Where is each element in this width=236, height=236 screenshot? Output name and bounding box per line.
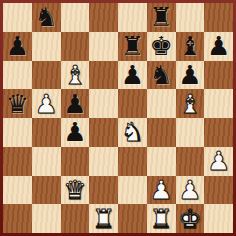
- chess-board: ♞♜♟♜♚♝♟♝♟♞♟♛♟♟♝♟♞♟♛♟♟♜♜♚: [0, 0, 236, 236]
- square-h7[interactable]: ♟: [204, 32, 233, 61]
- square-b3[interactable]: [32, 147, 61, 176]
- white-pawn: ♟: [207, 147, 230, 175]
- square-d6[interactable]: [89, 61, 118, 90]
- square-a1[interactable]: [3, 204, 32, 233]
- black-pawn: ♟: [207, 32, 230, 60]
- black-pawn: ♟: [63, 90, 86, 118]
- square-f3[interactable]: [147, 147, 176, 176]
- white-bishop: ♝: [178, 90, 201, 118]
- square-b6[interactable]: [32, 61, 61, 90]
- square-c7[interactable]: [61, 32, 90, 61]
- black-pawn: ♟: [63, 118, 86, 146]
- square-a5[interactable]: ♛: [3, 89, 32, 118]
- black-rook: ♜: [121, 32, 144, 60]
- square-h5[interactable]: [204, 89, 233, 118]
- square-c5[interactable]: ♟: [61, 89, 90, 118]
- square-f4[interactable]: [147, 118, 176, 147]
- square-c8[interactable]: [61, 3, 90, 32]
- black-king: ♚: [149, 32, 172, 60]
- square-h3[interactable]: ♟: [204, 147, 233, 176]
- white-pawn: ♟: [149, 176, 172, 204]
- square-e2[interactable]: [118, 176, 147, 205]
- square-c1[interactable]: [61, 204, 90, 233]
- black-pawn: ♟: [178, 61, 201, 89]
- black-knight: ♞: [149, 61, 172, 89]
- square-c2[interactable]: ♛: [61, 176, 90, 205]
- square-h8[interactable]: [204, 3, 233, 32]
- square-h2[interactable]: [204, 176, 233, 205]
- square-d4[interactable]: [89, 118, 118, 147]
- square-e8[interactable]: [118, 3, 147, 32]
- white-king: ♚: [178, 205, 201, 233]
- white-pawn: ♟: [34, 90, 57, 118]
- square-g3[interactable]: [176, 147, 205, 176]
- square-g1[interactable]: ♚: [176, 204, 205, 233]
- square-e6[interactable]: ♟: [118, 61, 147, 90]
- square-a6[interactable]: [3, 61, 32, 90]
- white-knight: ♞: [121, 118, 144, 146]
- square-g5[interactable]: ♝: [176, 89, 205, 118]
- square-f7[interactable]: ♚: [147, 32, 176, 61]
- chess-board-grid: ♞♜♟♜♚♝♟♝♟♞♟♛♟♟♝♟♞♟♛♟♟♜♜♚: [3, 3, 233, 233]
- square-g2[interactable]: ♟: [176, 176, 205, 205]
- square-e5[interactable]: [118, 89, 147, 118]
- square-b7[interactable]: [32, 32, 61, 61]
- square-a8[interactable]: [3, 3, 32, 32]
- square-h4[interactable]: [204, 118, 233, 147]
- square-g8[interactable]: [176, 3, 205, 32]
- square-a4[interactable]: [3, 118, 32, 147]
- square-d3[interactable]: [89, 147, 118, 176]
- square-e3[interactable]: [118, 147, 147, 176]
- black-bishop: ♝: [178, 32, 201, 60]
- square-a2[interactable]: [3, 176, 32, 205]
- white-bishop: ♝: [63, 61, 86, 89]
- square-g4[interactable]: [176, 118, 205, 147]
- square-h1[interactable]: [204, 204, 233, 233]
- square-e4[interactable]: ♞: [118, 118, 147, 147]
- black-knight: ♞: [34, 3, 57, 31]
- square-d7[interactable]: [89, 32, 118, 61]
- square-b1[interactable]: [32, 204, 61, 233]
- square-c3[interactable]: [61, 147, 90, 176]
- square-d1[interactable]: ♜: [89, 204, 118, 233]
- square-f1[interactable]: ♜: [147, 204, 176, 233]
- square-c4[interactable]: ♟: [61, 118, 90, 147]
- black-pawn: ♟: [6, 32, 29, 60]
- white-queen: ♛: [63, 176, 86, 204]
- square-g7[interactable]: ♝: [176, 32, 205, 61]
- square-e7[interactable]: ♜: [118, 32, 147, 61]
- square-f2[interactable]: ♟: [147, 176, 176, 205]
- square-g6[interactable]: ♟: [176, 61, 205, 90]
- square-c6[interactable]: ♝: [61, 61, 90, 90]
- white-rook: ♜: [149, 205, 172, 233]
- white-rook: ♜: [92, 205, 115, 233]
- square-d8[interactable]: [89, 3, 118, 32]
- square-f5[interactable]: [147, 89, 176, 118]
- black-pawn: ♟: [121, 61, 144, 89]
- square-f8[interactable]: ♜: [147, 3, 176, 32]
- black-queen: ♛: [6, 90, 29, 118]
- square-b8[interactable]: ♞: [32, 3, 61, 32]
- square-h6[interactable]: [204, 61, 233, 90]
- square-a7[interactable]: ♟: [3, 32, 32, 61]
- square-d5[interactable]: [89, 89, 118, 118]
- square-b5[interactable]: ♟: [32, 89, 61, 118]
- square-b2[interactable]: [32, 176, 61, 205]
- square-b4[interactable]: [32, 118, 61, 147]
- square-f6[interactable]: ♞: [147, 61, 176, 90]
- black-rook: ♜: [149, 3, 172, 31]
- square-a3[interactable]: [3, 147, 32, 176]
- square-d2[interactable]: [89, 176, 118, 205]
- white-pawn: ♟: [178, 176, 201, 204]
- square-e1[interactable]: [118, 204, 147, 233]
